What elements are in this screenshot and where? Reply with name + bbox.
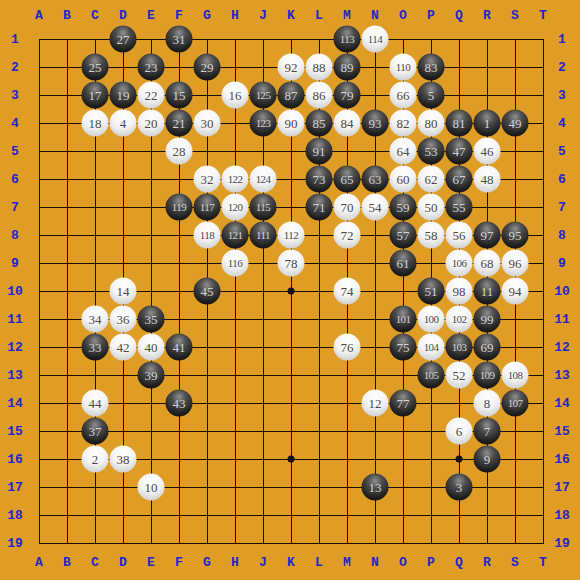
row-label-left: 18	[7, 508, 23, 523]
stone-black-l6[interactable]: 73	[306, 166, 333, 193]
row-label-left: 3	[11, 88, 19, 103]
stone-black-s14[interactable]: 107	[502, 390, 529, 417]
stone-white-r9[interactable]: 68	[474, 250, 501, 277]
stone-white-o2[interactable]: 110	[390, 54, 417, 81]
column-label-bottom: E	[147, 555, 155, 570]
stone-black-l7[interactable]: 71	[306, 194, 333, 221]
column-label-top: B	[63, 8, 71, 23]
stone-black-e13[interactable]: 39	[138, 362, 165, 389]
stone-black-f7[interactable]: 119	[166, 194, 193, 221]
stone-white-l2[interactable]: 88	[306, 54, 333, 81]
stone-white-e4[interactable]: 20	[138, 110, 165, 137]
stone-white-h9[interactable]: 116	[222, 250, 249, 277]
row-label-right: 13	[554, 368, 570, 383]
stone-white-j6[interactable]: 124	[250, 166, 277, 193]
stone-black-k3[interactable]: 87	[278, 82, 305, 109]
stone-black-q7[interactable]: 55	[446, 194, 473, 221]
stone-black-j7[interactable]: 115	[250, 194, 277, 221]
row-label-right: 4	[558, 116, 566, 131]
stone-black-q4[interactable]: 81	[446, 110, 473, 137]
row-label-left: 2	[11, 60, 19, 75]
row-label-right: 9	[558, 256, 566, 271]
stone-black-p13[interactable]: 105	[418, 362, 445, 389]
stone-white-d10[interactable]: 14	[110, 278, 137, 305]
stone-black-r8[interactable]: 97	[474, 222, 501, 249]
stone-black-p10[interactable]: 51	[418, 278, 445, 305]
row-label-left: 6	[11, 172, 19, 187]
stone-white-r5[interactable]: 46	[474, 138, 501, 165]
stone-black-s4[interactable]: 49	[502, 110, 529, 137]
stone-white-e3[interactable]: 22	[138, 82, 165, 109]
column-label-bottom: K	[287, 555, 295, 570]
stone-white-g4[interactable]: 30	[194, 110, 221, 137]
row-label-left: 16	[7, 452, 23, 467]
stone-white-o6[interactable]: 60	[390, 166, 417, 193]
stone-white-p6[interactable]: 62	[418, 166, 445, 193]
stone-black-l5[interactable]: 91	[306, 138, 333, 165]
row-label-right: 6	[558, 172, 566, 187]
stone-white-d11[interactable]: 36	[110, 306, 137, 333]
stone-black-p5[interactable]: 53	[418, 138, 445, 165]
stone-white-h6[interactable]: 122	[222, 166, 249, 193]
stone-black-o11[interactable]: 101	[390, 306, 417, 333]
row-label-left: 15	[7, 424, 23, 439]
stone-black-r4[interactable]: 1	[474, 110, 501, 137]
stone-black-r10[interactable]: 11	[474, 278, 501, 305]
stone-black-r13[interactable]: 109	[474, 362, 501, 389]
stone-white-p7[interactable]: 50	[418, 194, 445, 221]
column-label-top: A	[35, 8, 43, 23]
stone-black-d1[interactable]: 27	[110, 26, 137, 53]
stone-black-f1[interactable]: 31	[166, 26, 193, 53]
stone-black-q17[interactable]: 3	[446, 474, 473, 501]
stone-black-g10[interactable]: 45	[194, 278, 221, 305]
stone-black-c2[interactable]: 25	[82, 54, 109, 81]
column-label-top: Q	[455, 8, 463, 23]
stone-white-m4[interactable]: 84	[334, 110, 361, 137]
stone-black-g2[interactable]: 29	[194, 54, 221, 81]
grid-line-h	[39, 403, 544, 404]
row-label-left: 7	[11, 200, 19, 215]
stone-black-c3[interactable]: 17	[82, 82, 109, 109]
row-label-left: 10	[7, 284, 23, 299]
row-label-right: 10	[554, 284, 570, 299]
stone-white-m12[interactable]: 76	[334, 334, 361, 361]
column-label-top: E	[147, 8, 155, 23]
row-label-right: 14	[554, 396, 570, 411]
column-label-top: M	[343, 8, 351, 23]
grid-line-h	[39, 543, 544, 544]
row-label-right: 2	[558, 60, 566, 75]
stone-white-g8[interactable]: 118	[194, 222, 221, 249]
stone-black-h8[interactable]: 121	[222, 222, 249, 249]
row-label-right: 7	[558, 200, 566, 215]
row-label-right: 15	[554, 424, 570, 439]
stone-white-o3[interactable]: 66	[390, 82, 417, 109]
row-label-left: 4	[11, 116, 19, 131]
stone-white-s13[interactable]: 108	[502, 362, 529, 389]
stone-black-f3[interactable]: 15	[166, 82, 193, 109]
stone-black-d3[interactable]: 19	[110, 82, 137, 109]
stone-black-p3[interactable]: 5	[418, 82, 445, 109]
stone-black-n4[interactable]: 93	[362, 110, 389, 137]
row-label-right: 16	[554, 452, 570, 467]
column-label-top: T	[539, 8, 547, 23]
stone-black-e11[interactable]: 35	[138, 306, 165, 333]
stone-white-c16[interactable]: 2	[82, 446, 109, 473]
stone-black-j8[interactable]: 111	[250, 222, 277, 249]
stone-white-p12[interactable]: 104	[418, 334, 445, 361]
column-label-bottom: G	[203, 555, 211, 570]
row-label-left: 12	[7, 340, 23, 355]
stone-white-d16[interactable]: 38	[110, 446, 137, 473]
row-label-right: 8	[558, 228, 566, 243]
column-label-bottom: H	[231, 555, 239, 570]
stone-white-p11[interactable]: 100	[418, 306, 445, 333]
stone-white-q8[interactable]: 56	[446, 222, 473, 249]
stone-white-s9[interactable]: 96	[502, 250, 529, 277]
row-label-right: 11	[554, 312, 570, 327]
stone-black-q6[interactable]: 67	[446, 166, 473, 193]
grid-line-v	[543, 39, 544, 544]
row-label-right: 5	[558, 144, 566, 159]
star-point	[288, 456, 295, 463]
stone-black-g7[interactable]: 117	[194, 194, 221, 221]
stone-black-n6[interactable]: 63	[362, 166, 389, 193]
stone-white-n1[interactable]: 114	[362, 26, 389, 53]
row-label-left: 1	[11, 32, 19, 47]
stone-white-m10[interactable]: 74	[334, 278, 361, 305]
column-label-bottom: B	[63, 555, 71, 570]
stone-white-m7[interactable]: 70	[334, 194, 361, 221]
stone-black-j4[interactable]: 123	[250, 110, 277, 137]
stone-black-m1[interactable]: 113	[334, 26, 361, 53]
stone-black-c12[interactable]: 33	[82, 334, 109, 361]
stone-white-o5[interactable]: 64	[390, 138, 417, 165]
stone-white-q10[interactable]: 98	[446, 278, 473, 305]
stone-white-h3[interactable]: 16	[222, 82, 249, 109]
stone-white-h7[interactable]: 120	[222, 194, 249, 221]
column-label-bottom: R	[483, 555, 491, 570]
stone-black-n17[interactable]: 13	[362, 474, 389, 501]
stone-black-r15[interactable]: 7	[474, 418, 501, 445]
stone-white-d4[interactable]: 4	[110, 110, 137, 137]
stone-white-c11[interactable]: 34	[82, 306, 109, 333]
column-label-bottom: A	[35, 555, 43, 570]
stone-white-p8[interactable]: 58	[418, 222, 445, 249]
stone-black-r16[interactable]: 9	[474, 446, 501, 473]
stone-white-m8[interactable]: 72	[334, 222, 361, 249]
stone-black-m6[interactable]: 65	[334, 166, 361, 193]
column-label-top: K	[287, 8, 295, 23]
row-label-right: 18	[554, 508, 570, 523]
stone-white-r6[interactable]: 48	[474, 166, 501, 193]
row-label-left: 8	[11, 228, 19, 243]
column-label-bottom: M	[343, 555, 351, 570]
stone-white-k9[interactable]: 78	[278, 250, 305, 277]
stone-white-q13[interactable]: 52	[446, 362, 473, 389]
stone-black-c15[interactable]: 37	[82, 418, 109, 445]
stone-white-l3[interactable]: 86	[306, 82, 333, 109]
stone-black-r12[interactable]: 69	[474, 334, 501, 361]
column-label-bottom: N	[371, 555, 379, 570]
column-label-top: S	[511, 8, 519, 23]
stone-black-q12[interactable]: 103	[446, 334, 473, 361]
stone-black-r11[interactable]: 99	[474, 306, 501, 333]
column-label-top: L	[315, 8, 323, 23]
stone-black-s8[interactable]: 95	[502, 222, 529, 249]
column-label-bottom: C	[91, 555, 99, 570]
row-label-right: 17	[554, 480, 570, 495]
stone-white-e12[interactable]: 40	[138, 334, 165, 361]
stone-white-q9[interactable]: 106	[446, 250, 473, 277]
row-label-left: 11	[7, 312, 23, 327]
row-label-left: 17	[7, 480, 23, 495]
stone-white-e17[interactable]: 10	[138, 474, 165, 501]
row-label-right: 3	[558, 88, 566, 103]
column-label-top: F	[175, 8, 183, 23]
go-board[interactable]: AA11BB22CC33DD44EE55FF66GG77HH88JJ99KK10…	[0, 0, 580, 580]
column-label-bottom: Q	[455, 555, 463, 570]
column-label-top: C	[91, 8, 99, 23]
column-label-top: R	[483, 8, 491, 23]
column-label-top: P	[427, 8, 435, 23]
column-label-bottom: S	[511, 555, 519, 570]
grid-line-h	[39, 515, 544, 516]
star-point	[288, 288, 295, 295]
stone-black-e2[interactable]: 23	[138, 54, 165, 81]
stone-black-f4[interactable]: 21	[166, 110, 193, 137]
stone-white-q11[interactable]: 102	[446, 306, 473, 333]
stone-white-n14[interactable]: 12	[362, 390, 389, 417]
stone-black-l4[interactable]: 85	[306, 110, 333, 137]
stone-black-m2[interactable]: 89	[334, 54, 361, 81]
stone-white-s10[interactable]: 94	[502, 278, 529, 305]
column-label-bottom: D	[119, 555, 127, 570]
stone-white-r14[interactable]: 8	[474, 390, 501, 417]
row-label-left: 19	[7, 536, 23, 551]
stone-black-p2[interactable]: 83	[418, 54, 445, 81]
stone-white-d12[interactable]: 42	[110, 334, 137, 361]
column-label-top: J	[259, 8, 267, 23]
stone-black-o9[interactable]: 61	[390, 250, 417, 277]
stone-white-n7[interactable]: 54	[362, 194, 389, 221]
row-label-right: 19	[554, 536, 570, 551]
stone-white-k4[interactable]: 90	[278, 110, 305, 137]
column-label-bottom: P	[427, 555, 435, 570]
stone-white-p4[interactable]: 80	[418, 110, 445, 137]
stone-black-m3[interactable]: 79	[334, 82, 361, 109]
column-label-top: D	[119, 8, 127, 23]
stone-black-f14[interactable]: 43	[166, 390, 193, 417]
column-label-bottom: T	[539, 555, 547, 570]
row-label-right: 12	[554, 340, 570, 355]
column-label-bottom: O	[399, 555, 407, 570]
row-label-right: 1	[558, 32, 566, 47]
stone-black-q5[interactable]: 47	[446, 138, 473, 165]
column-label-top: O	[399, 8, 407, 23]
stone-white-k2[interactable]: 92	[278, 54, 305, 81]
stone-white-q15[interactable]: 6	[446, 418, 473, 445]
stone-black-o8[interactable]: 57	[390, 222, 417, 249]
row-label-left: 9	[11, 256, 19, 271]
stone-black-j3[interactable]: 125	[250, 82, 277, 109]
stone-white-k8[interactable]: 112	[278, 222, 305, 249]
stone-black-f12[interactable]: 41	[166, 334, 193, 361]
stone-black-o7[interactable]: 59	[390, 194, 417, 221]
row-label-left: 5	[11, 144, 19, 159]
column-label-top: G	[203, 8, 211, 23]
row-label-left: 13	[7, 368, 23, 383]
stone-black-o12[interactable]: 75	[390, 334, 417, 361]
star-point	[456, 456, 463, 463]
stone-black-o14[interactable]: 77	[390, 390, 417, 417]
stone-white-f5[interactable]: 28	[166, 138, 193, 165]
row-label-left: 14	[7, 396, 23, 411]
column-label-bottom: L	[315, 555, 323, 570]
column-label-top: H	[231, 8, 239, 23]
column-label-bottom: J	[259, 555, 267, 570]
stone-white-g6[interactable]: 32	[194, 166, 221, 193]
column-label-top: N	[371, 8, 379, 23]
stone-white-c4[interactable]: 18	[82, 110, 109, 137]
column-label-bottom: F	[175, 555, 183, 570]
stone-white-o4[interactable]: 82	[390, 110, 417, 137]
stone-white-c14[interactable]: 44	[82, 390, 109, 417]
